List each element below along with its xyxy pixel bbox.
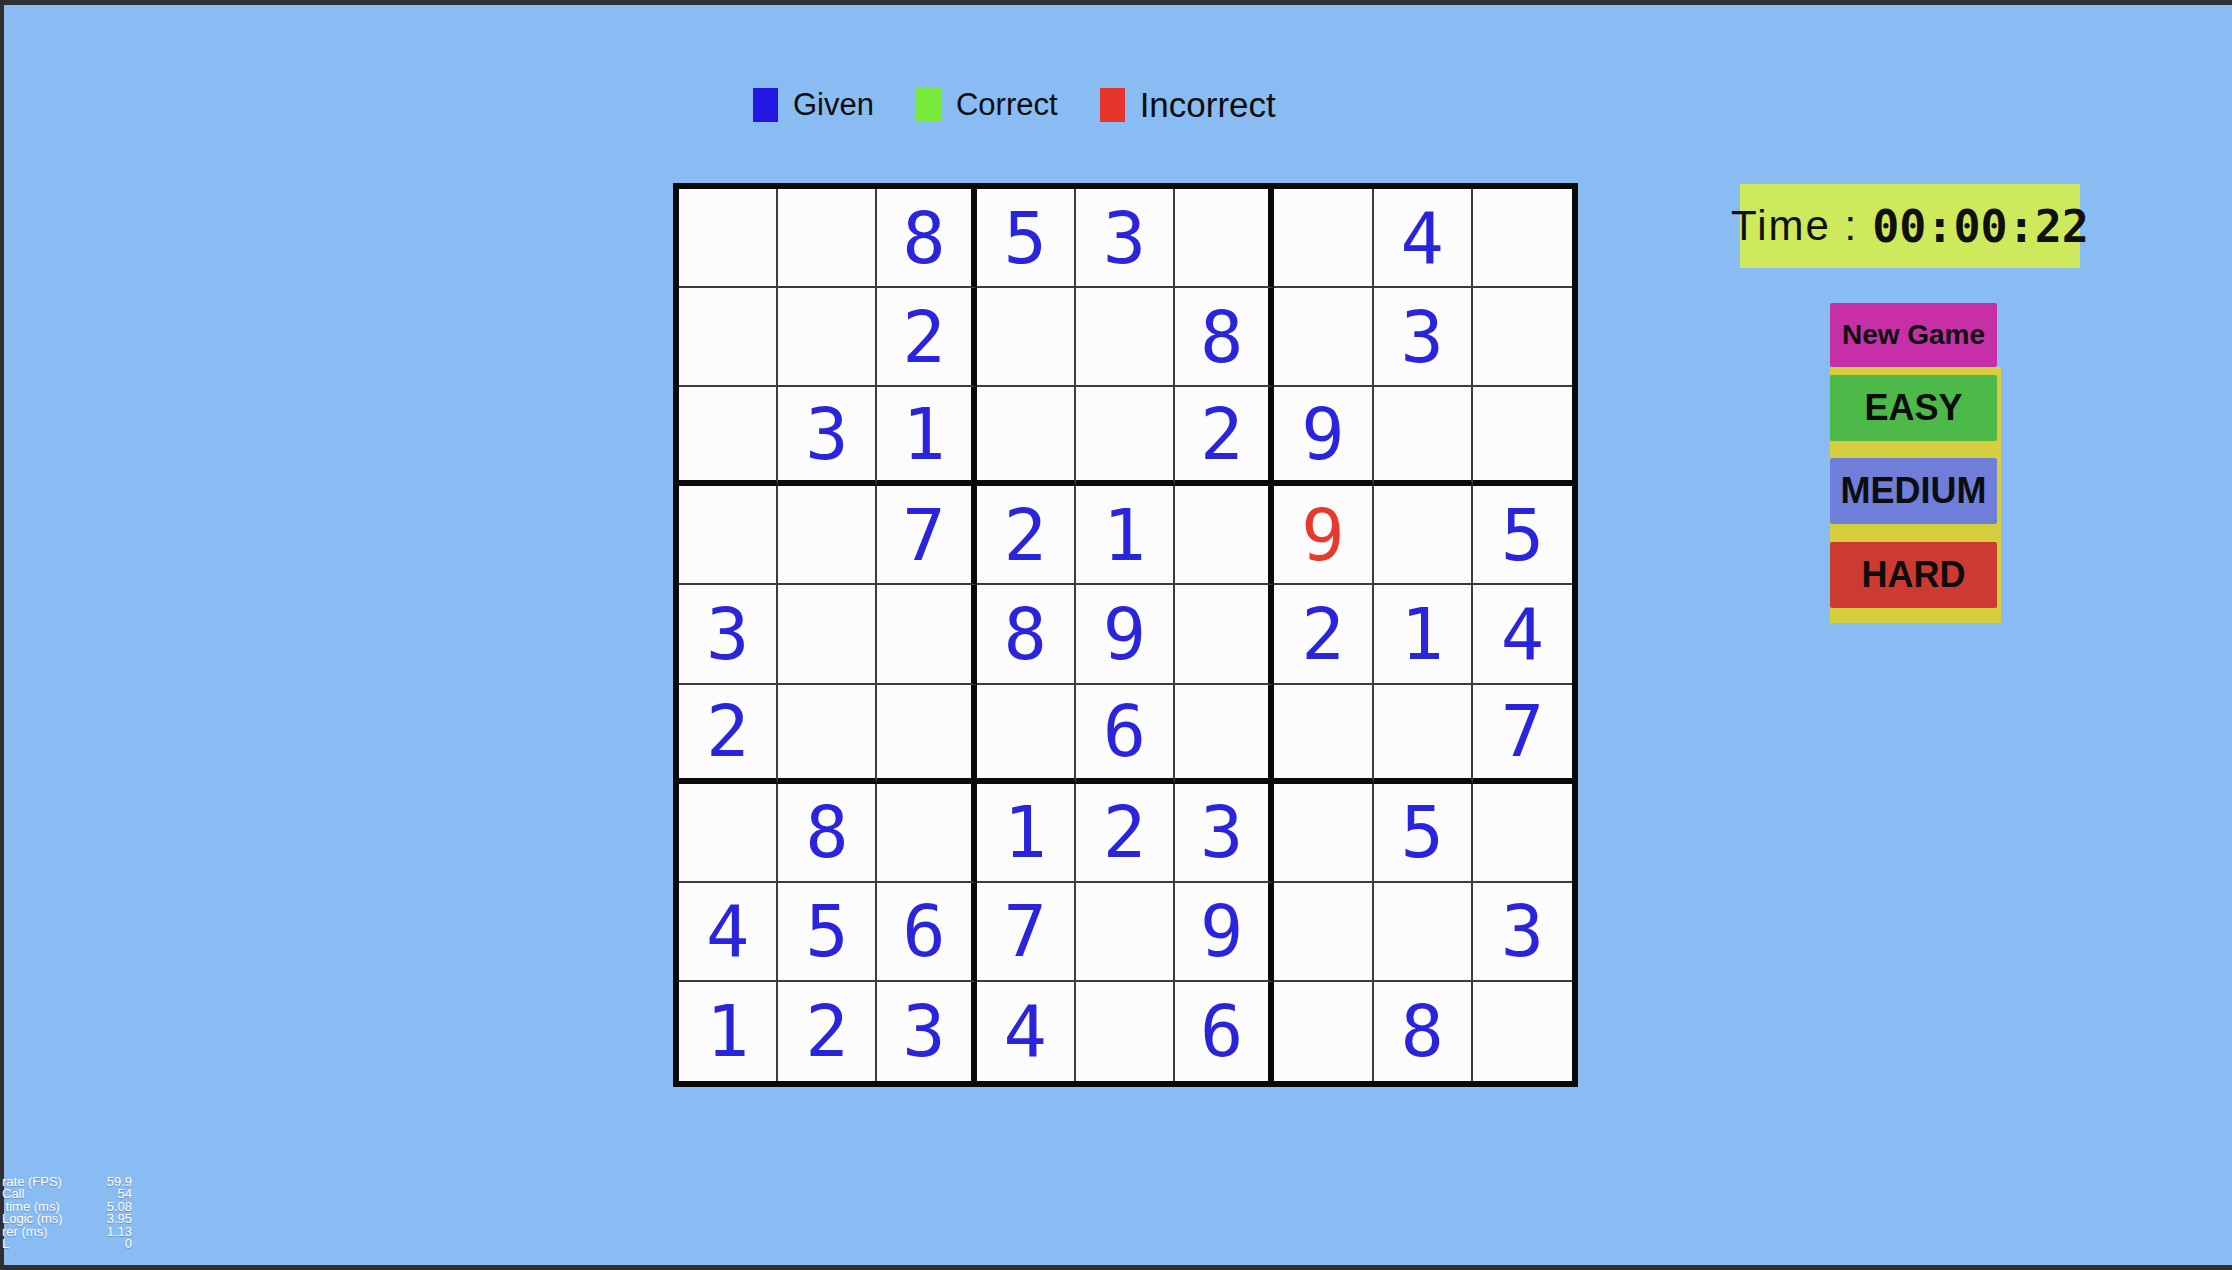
cell-r8c7[interactable] <box>1274 883 1373 982</box>
cell-r2c1[interactable] <box>679 288 778 387</box>
hard-button[interactable]: HARD <box>1830 542 1997 608</box>
stats-value: 0 <box>125 1238 132 1250</box>
cell-r2c3[interactable]: 2 <box>877 288 976 387</box>
stats-row-4: rer (ms)1.13 <box>2 1226 132 1238</box>
timer-label: Time : <box>1731 202 1858 250</box>
cell-r6c1[interactable]: 2 <box>679 685 778 784</box>
cell-r4c6[interactable] <box>1175 486 1274 585</box>
cell-r5c2[interactable] <box>778 585 877 684</box>
correct-color-swatch <box>916 88 941 122</box>
cell-r9c2[interactable]: 2 <box>778 982 877 1081</box>
cell-r1c5[interactable]: 3 <box>1076 189 1175 288</box>
easy-button[interactable]: EASY <box>1830 375 1997 441</box>
cell-r5c1[interactable]: 3 <box>679 585 778 684</box>
cell-r4c3[interactable]: 7 <box>877 486 976 585</box>
cell-r1c4[interactable]: 5 <box>977 189 1076 288</box>
timer-display: Time : 00:00:22 <box>1740 184 2080 268</box>
cell-r1c1[interactable] <box>679 189 778 288</box>
cell-r5c9[interactable]: 4 <box>1473 585 1572 684</box>
sudoku-board: 8534283312972195389214267812354567931234… <box>673 183 1578 1087</box>
cell-r6c3[interactable] <box>877 685 976 784</box>
cell-r7c6[interactable]: 3 <box>1175 784 1274 883</box>
cell-r6c5[interactable]: 6 <box>1076 685 1175 784</box>
cell-r3c6[interactable]: 2 <box>1175 387 1274 486</box>
cell-r2c4[interactable] <box>977 288 1076 387</box>
cell-r4c7[interactable]: 9 <box>1274 486 1373 585</box>
cell-r2c8[interactable]: 3 <box>1374 288 1473 387</box>
cell-r7c8[interactable]: 5 <box>1374 784 1473 883</box>
cell-r2c6[interactable]: 8 <box>1175 288 1274 387</box>
cell-r2c9[interactable] <box>1473 288 1572 387</box>
cell-r8c3[interactable]: 6 <box>877 883 976 982</box>
cell-r9c1[interactable]: 1 <box>679 982 778 1081</box>
cell-r4c1[interactable] <box>679 486 778 585</box>
cell-r3c8[interactable] <box>1374 387 1473 486</box>
cell-r9c5[interactable] <box>1076 982 1175 1081</box>
legend-label-incorrect: Incorrect <box>1140 85 1276 125</box>
cell-r8c2[interactable]: 5 <box>778 883 877 982</box>
cell-r8c4[interactable]: 7 <box>977 883 1076 982</box>
cell-r2c7[interactable] <box>1274 288 1373 387</box>
cell-r8c1[interactable]: 4 <box>679 883 778 982</box>
cell-r1c7[interactable] <box>1274 189 1373 288</box>
stats-label: L <box>2 1238 9 1250</box>
cell-r3c2[interactable]: 3 <box>778 387 877 486</box>
cell-r1c6[interactable] <box>1175 189 1274 288</box>
cell-r5c8[interactable]: 1 <box>1374 585 1473 684</box>
cell-r3c5[interactable] <box>1076 387 1175 486</box>
cell-r1c9[interactable] <box>1473 189 1572 288</box>
cell-r6c7[interactable] <box>1274 685 1373 784</box>
cell-r5c3[interactable] <box>877 585 976 684</box>
medium-button[interactable]: MEDIUM <box>1830 458 1997 524</box>
cell-r6c9[interactable]: 7 <box>1473 685 1572 784</box>
legend-label-correct: Correct <box>956 87 1058 123</box>
cell-r1c8[interactable]: 4 <box>1374 189 1473 288</box>
debug-stats-overlay: rate (FPS)59.9Call54 time (ms)5.08Logic … <box>2 1176 132 1250</box>
cell-r9c9[interactable] <box>1473 982 1572 1081</box>
cell-r6c4[interactable] <box>977 685 1076 784</box>
legend: Given Correct Incorrect <box>753 85 1276 125</box>
cell-r1c2[interactable] <box>778 189 877 288</box>
new-game-button[interactable]: New Game <box>1830 303 1997 367</box>
stats-row-5: L0 <box>2 1238 132 1250</box>
cell-r5c5[interactable]: 9 <box>1076 585 1175 684</box>
cell-r7c1[interactable] <box>679 784 778 883</box>
cell-r7c4[interactable]: 1 <box>977 784 1076 883</box>
legend-item-incorrect: Incorrect <box>1100 85 1276 125</box>
cell-r7c2[interactable]: 8 <box>778 784 877 883</box>
incorrect-color-swatch <box>1100 88 1125 122</box>
cell-r9c4[interactable]: 4 <box>977 982 1076 1081</box>
cell-r4c5[interactable]: 1 <box>1076 486 1175 585</box>
cell-r6c8[interactable] <box>1374 685 1473 784</box>
cell-r6c6[interactable] <box>1175 685 1274 784</box>
cell-r4c2[interactable] <box>778 486 877 585</box>
cell-r8c5[interactable] <box>1076 883 1175 982</box>
cell-r5c6[interactable] <box>1175 585 1274 684</box>
cell-r7c9[interactable] <box>1473 784 1572 883</box>
cell-r9c7[interactable] <box>1274 982 1373 1081</box>
timer-value: 00:00:22 <box>1872 200 2089 253</box>
cell-r4c4[interactable]: 2 <box>977 486 1076 585</box>
cell-r1c3[interactable]: 8 <box>877 189 976 288</box>
cell-r4c8[interactable] <box>1374 486 1473 585</box>
game-canvas: Given Correct Incorrect 8534283312972195… <box>4 5 2232 1265</box>
cell-r5c4[interactable]: 8 <box>977 585 1076 684</box>
given-color-swatch <box>753 88 778 122</box>
cell-r2c2[interactable] <box>778 288 877 387</box>
cell-r8c8[interactable] <box>1374 883 1473 982</box>
cell-r3c9[interactable] <box>1473 387 1572 486</box>
cell-r3c4[interactable] <box>977 387 1076 486</box>
cell-r3c3[interactable]: 1 <box>877 387 976 486</box>
cell-r7c7[interactable] <box>1274 784 1373 883</box>
legend-item-correct: Correct <box>916 87 1058 123</box>
cell-r7c3[interactable] <box>877 784 976 883</box>
cell-r9c3[interactable]: 3 <box>877 982 976 1081</box>
cell-r9c6[interactable]: 6 <box>1175 982 1274 1081</box>
cell-r6c2[interactable] <box>778 685 877 784</box>
cell-r5c7[interactable]: 2 <box>1274 585 1373 684</box>
cell-r3c1[interactable] <box>679 387 778 486</box>
legend-label-given: Given <box>793 87 874 123</box>
cell-r8c6[interactable]: 9 <box>1175 883 1274 982</box>
cell-r9c8[interactable]: 8 <box>1374 982 1473 1081</box>
cell-r3c7[interactable]: 9 <box>1274 387 1373 486</box>
cell-r4c9[interactable]: 5 <box>1473 486 1572 585</box>
legend-item-given: Given <box>753 87 874 123</box>
cell-r2c5[interactable] <box>1076 288 1175 387</box>
cell-r8c9[interactable]: 3 <box>1473 883 1572 982</box>
cell-r7c5[interactable]: 2 <box>1076 784 1175 883</box>
